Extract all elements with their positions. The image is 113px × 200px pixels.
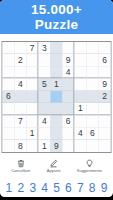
lightbulb-icon (85, 159, 94, 168)
promo-title-line1: 15.000+ (0, 2, 113, 17)
toolbar: Cancellare Appunti Sug (0, 156, 113, 177)
sudoku-cell-r7c3[interactable] (27, 115, 39, 127)
sudoku-cell-r3c8[interactable] (87, 66, 99, 78)
sudoku-cell-r6c7[interactable]: 1 (75, 103, 87, 115)
sudoku-cell-r8c6[interactable] (63, 128, 75, 140)
sudoku-cell-r7c8[interactable] (87, 115, 99, 127)
sudoku-cell-r3c9[interactable] (99, 66, 111, 78)
sudoku-cell-r9c4[interactable]: 1 (39, 140, 51, 152)
hint-button[interactable]: Suggerimento (77, 159, 102, 173)
numpad-digit-7[interactable]: 7 (74, 178, 86, 198)
sudoku-cell-r3c7[interactable] (75, 66, 87, 78)
sudoku-board: 7329644519621746146819 (2, 41, 112, 153)
sudoku-cell-r5c2[interactable] (15, 91, 27, 103)
sudoku-cell-r6c5[interactable] (51, 103, 63, 115)
sudoku-cell-r4c8[interactable] (87, 79, 99, 91)
sudoku-cell-r9c2[interactable]: 8 (15, 140, 27, 152)
sudoku-cell-r7c5[interactable] (51, 115, 63, 127)
screenshot-stage: 15.000+ Puzzle 7329644519621746146819 Ca… (0, 0, 113, 200)
numpad-digit-1[interactable]: 1 (3, 178, 15, 198)
sudoku-cell-r3c2[interactable] (15, 66, 27, 78)
sudoku-cell-r5c8[interactable] (87, 91, 99, 103)
sudoku-cell-r5c4[interactable] (39, 91, 51, 103)
sudoku-cell-r1c8[interactable] (87, 42, 99, 54)
sudoku-cell-r2c9[interactable]: 6 (99, 54, 111, 66)
sudoku-cell-r4c9[interactable]: 9 (99, 79, 111, 91)
sudoku-cell-r9c3[interactable] (27, 140, 39, 152)
sudoku-cell-r7c2[interactable]: 7 (15, 115, 27, 127)
sudoku-cell-r8c5[interactable] (51, 128, 63, 140)
sudoku-cell-r9c5[interactable]: 9 (51, 140, 63, 152)
sudoku-cell-r1c1[interactable] (3, 42, 15, 54)
sudoku-cell-r6c4[interactable] (39, 103, 51, 115)
sudoku-cell-r7c9[interactable] (99, 115, 111, 127)
sudoku-cell-r1c5[interactable] (51, 42, 63, 54)
numpad-digit-8[interactable]: 8 (86, 178, 98, 198)
sudoku-cell-r8c2[interactable] (15, 128, 27, 140)
sudoku-cell-r8c8[interactable]: 6 (87, 128, 99, 140)
app-card: 15.000+ Puzzle 7329644519621746146819 Ca… (0, 0, 113, 197)
sudoku-cell-r5c6[interactable] (63, 91, 75, 103)
erase-label: Cancellare (11, 169, 30, 173)
sudoku-cell-r3c4[interactable] (39, 66, 51, 78)
sudoku-cell-r2c4[interactable] (39, 54, 51, 66)
numpad-digit-5[interactable]: 5 (51, 178, 63, 198)
sudoku-cell-r5c7[interactable] (75, 91, 87, 103)
sudoku-cell-r7c4[interactable]: 4 (39, 115, 51, 127)
sudoku-cell-r4c3[interactable] (27, 79, 39, 91)
sudoku-cell-r7c7[interactable] (75, 115, 87, 127)
sudoku-cell-r9c1[interactable] (3, 140, 15, 152)
sudoku-cell-r9c9[interactable] (99, 140, 111, 152)
sudoku-cell-r5c9[interactable]: 2 (99, 91, 111, 103)
sudoku-cell-r9c8[interactable] (87, 140, 99, 152)
sudoku-cell-r2c5[interactable] (51, 54, 63, 66)
sudoku-cell-r4c2[interactable]: 4 (15, 79, 27, 91)
sudoku-cell-r1c3[interactable]: 7 (27, 42, 39, 54)
sudoku-cell-r8c7[interactable]: 4 (75, 128, 87, 140)
sudoku-cell-r6c2[interactable] (15, 103, 27, 115)
sudoku-cell-r4c6[interactable] (63, 79, 75, 91)
sudoku-cell-r3c5[interactable] (51, 66, 63, 78)
sudoku-cell-r6c6[interactable] (63, 103, 75, 115)
sudoku-cell-r1c9[interactable] (99, 42, 111, 54)
numpad-digit-2[interactable]: 2 (15, 178, 27, 198)
numpad-digit-3[interactable]: 3 (27, 178, 39, 198)
sudoku-cell-r1c4[interactable]: 3 (39, 42, 51, 54)
sudoku-cell-r6c8[interactable] (87, 103, 99, 115)
sudoku-cell-r4c4[interactable]: 5 (39, 79, 51, 91)
sudoku-cell-r6c1[interactable] (3, 103, 15, 115)
sudoku-cell-r2c1[interactable] (3, 54, 15, 66)
numpad-digit-4[interactable]: 4 (39, 178, 51, 198)
sudoku-cell-r8c4[interactable] (39, 128, 51, 140)
erase-button[interactable]: Cancellare (11, 159, 30, 173)
sudoku-cell-r4c1[interactable] (3, 79, 15, 91)
sudoku-cell-r5c3[interactable] (27, 91, 39, 103)
number-pad: 123456789 (0, 178, 113, 198)
sudoku-cell-r7c1[interactable] (3, 115, 15, 127)
sudoku-cell-r6c3[interactable] (27, 103, 39, 115)
sudoku-cell-r3c3[interactable] (27, 66, 39, 78)
sudoku-cell-r1c6[interactable] (63, 42, 75, 54)
sudoku-cell-r9c7[interactable] (75, 140, 87, 152)
sudoku-cell-r1c7[interactable] (75, 42, 87, 54)
sudoku-cell-r3c6[interactable]: 4 (63, 66, 75, 78)
sudoku-cell-r8c1[interactable] (3, 128, 15, 140)
sudoku-cell-r2c6[interactable]: 9 (63, 54, 75, 66)
sudoku-cell-r3c1[interactable] (3, 66, 15, 78)
sudoku-cell-r9c6[interactable] (63, 140, 75, 152)
trash-icon (16, 159, 25, 168)
sudoku-cell-r2c8[interactable] (87, 54, 99, 66)
sudoku-cell-r2c7[interactable] (75, 54, 87, 66)
promo-title-line2: Puzzle (0, 17, 113, 32)
numpad-digit-6[interactable]: 6 (62, 178, 74, 198)
sudoku-cell-r4c7[interactable] (75, 79, 87, 91)
sudoku-cell-r2c3[interactable] (27, 54, 39, 66)
notes-button[interactable]: Appunti (47, 159, 61, 173)
pencil-icon (49, 159, 58, 168)
sudoku-cell-r8c9[interactable] (99, 128, 111, 140)
hint-label: Suggerimento (77, 169, 102, 173)
sudoku-cell-r6c9[interactable] (99, 103, 111, 115)
sudoku-cell-r5c1[interactable]: 6 (3, 91, 15, 103)
promo-header: 15.000+ Puzzle (0, 0, 113, 34)
sudoku-cell-r4c5[interactable]: 1 (51, 79, 63, 91)
sudoku-cell-r1c2[interactable] (15, 42, 27, 54)
sudoku-cell-r2c2[interactable]: 2 (15, 54, 27, 66)
numpad-digit-9[interactable]: 9 (98, 178, 110, 198)
sudoku-cell-r5c5[interactable] (51, 91, 63, 103)
notes-label: Appunti (47, 169, 61, 173)
sudoku-cell-r8c3[interactable]: 1 (27, 128, 39, 140)
sudoku-cell-r7c6[interactable]: 6 (63, 115, 75, 127)
